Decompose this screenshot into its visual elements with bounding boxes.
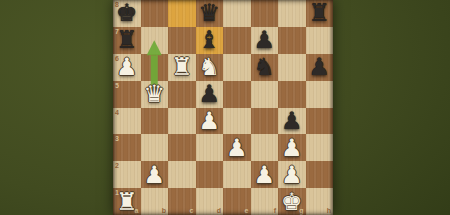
square-e8[interactable] [223,0,251,27]
file-label-h: h [327,207,331,214]
square-b6[interactable] [141,54,169,81]
square-a1[interactable]: 1a♜ [113,188,141,215]
square-g8[interactable] [278,0,306,27]
square-h4[interactable] [306,108,334,135]
rank-label-4: 4 [115,109,119,116]
square-e4[interactable] [223,108,251,135]
square-d6[interactable]: ♞ [196,54,224,81]
square-h8[interactable]: ♜ [306,0,334,27]
square-f5[interactable] [251,81,279,108]
black-pawn-piece[interactable]: ♟ [308,54,330,80]
file-label-b: b [162,207,166,214]
white-knight-piece[interactable]: ♞ [198,54,220,80]
square-b5[interactable]: ♛ [141,81,169,108]
square-d1[interactable]: d [196,188,224,215]
square-e2[interactable] [223,161,251,188]
square-c6[interactable]: ♜ [168,54,196,81]
white-queen-piece[interactable]: ♛ [143,81,165,107]
square-g1[interactable]: g♚ [278,188,306,215]
white-pawn-piece[interactable]: ♟ [198,108,220,134]
square-f7[interactable]: ♟ [251,27,279,54]
black-pawn-piece[interactable]: ♟ [198,81,220,107]
square-d7[interactable]: ♝ [196,27,224,54]
square-c4[interactable] [168,108,196,135]
chess-board: 8♚♛♜7♜♝♟6♟♜♞♞♟5♛♟4♟♟3♟♟2♟♟♟1a♜bcdefg♚h [113,0,333,215]
square-b2[interactable]: ♟ [141,161,169,188]
square-d4[interactable]: ♟ [196,108,224,135]
square-b1[interactable]: b [141,188,169,215]
square-h1[interactable]: h [306,188,334,215]
square-h5[interactable] [306,81,334,108]
square-h6[interactable]: ♟ [306,54,334,81]
square-a5[interactable]: 5 [113,81,141,108]
square-a3[interactable]: 3 [113,134,141,161]
square-c8[interactable] [168,0,196,27]
file-label-c: c [190,207,194,214]
square-c1[interactable]: c [168,188,196,215]
square-a4[interactable]: 4 [113,108,141,135]
black-rook-piece[interactable]: ♜ [116,27,138,53]
square-b8[interactable] [141,0,169,27]
square-a6[interactable]: 6♟ [113,54,141,81]
file-label-d: d [217,207,221,214]
black-pawn-piece[interactable]: ♟ [253,27,275,53]
white-rook-piece[interactable]: ♜ [171,54,193,80]
square-e3[interactable]: ♟ [223,134,251,161]
rank-label-2: 2 [115,162,119,169]
square-c2[interactable] [168,161,196,188]
square-b7[interactable] [141,27,169,54]
black-rook-piece[interactable]: ♜ [308,0,330,26]
square-g7[interactable] [278,27,306,54]
white-pawn-piece[interactable]: ♟ [226,135,248,161]
square-e1[interactable]: e [223,188,251,215]
rank-label-5: 5 [115,82,119,89]
square-g4[interactable]: ♟ [278,108,306,135]
square-h7[interactable] [306,27,334,54]
square-b4[interactable] [141,108,169,135]
square-a2[interactable]: 2 [113,161,141,188]
black-pawn-piece[interactable]: ♟ [281,108,303,134]
file-label-f: f [274,207,276,214]
square-h2[interactable] [306,161,334,188]
rank-label-3: 3 [115,135,119,142]
white-rook-piece[interactable]: ♜ [116,189,138,215]
square-d5[interactable]: ♟ [196,81,224,108]
square-f1[interactable]: f [251,188,279,215]
square-d8[interactable]: ♛ [196,0,224,27]
black-king-piece[interactable]: ♚ [116,0,138,26]
square-a7[interactable]: 7♜ [113,27,141,54]
square-c5[interactable] [168,81,196,108]
square-c3[interactable] [168,134,196,161]
black-bishop-piece[interactable]: ♝ [198,27,220,53]
square-f8[interactable] [251,0,279,27]
white-pawn-piece[interactable]: ♟ [281,135,303,161]
square-e6[interactable] [223,54,251,81]
square-c7[interactable] [168,27,196,54]
white-pawn-piece[interactable]: ♟ [253,162,275,188]
square-g5[interactable] [278,81,306,108]
white-pawn-piece[interactable]: ♟ [143,162,165,188]
square-a8[interactable]: 8♚ [113,0,141,27]
square-f2[interactable]: ♟ [251,161,279,188]
square-d3[interactable] [196,134,224,161]
square-g2[interactable]: ♟ [278,161,306,188]
file-label-e: e [245,207,249,214]
square-h3[interactable] [306,134,334,161]
square-f4[interactable] [251,108,279,135]
square-g6[interactable] [278,54,306,81]
white-pawn-piece[interactable]: ♟ [281,162,303,188]
white-king-piece[interactable]: ♚ [281,189,303,215]
white-pawn-piece[interactable]: ♟ [116,54,138,80]
square-e5[interactable] [223,81,251,108]
black-knight-piece[interactable]: ♞ [253,54,275,80]
square-f3[interactable] [251,134,279,161]
square-d2[interactable] [196,161,224,188]
square-e7[interactable] [223,27,251,54]
square-g3[interactable]: ♟ [278,134,306,161]
app-background: 8♚♛♜7♜♝♟6♟♜♞♞♟5♛♟4♟♟3♟♟2♟♟♟1a♜bcdefg♚h [0,0,450,215]
square-b3[interactable] [141,134,169,161]
black-queen-piece[interactable]: ♛ [198,0,220,26]
square-f6[interactable]: ♞ [251,54,279,81]
